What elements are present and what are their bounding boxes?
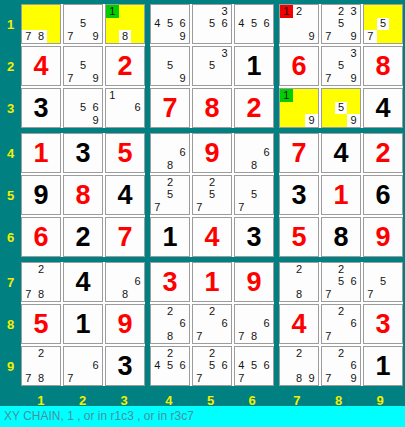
candidates: 2567	[193, 347, 231, 385]
cell-value: 2	[117, 53, 132, 80]
candidates: 23579	[322, 5, 360, 43]
cell-r8c3[interactable]: 9	[105, 304, 145, 344]
cell-value: 8	[375, 53, 390, 80]
candidates: 18	[106, 5, 144, 43]
candidate-9: 9	[89, 114, 102, 127]
cell-r2c7[interactable]: 6	[279, 46, 319, 86]
cell-value: 8	[75, 182, 90, 209]
candidate-6: 6	[260, 18, 273, 31]
cell-value: 7	[291, 140, 306, 167]
candidate-8: 8	[248, 159, 261, 172]
candidates: 579	[64, 47, 102, 85]
candidate-8: 8	[119, 288, 132, 301]
row-label-4: 4	[0, 133, 21, 173]
cell-r8c5[interactable]: 267	[192, 304, 232, 344]
candidates: 3579	[322, 47, 360, 85]
cell-value: 6	[291, 53, 306, 80]
candidate-8: 8	[164, 159, 177, 172]
cell-r3c5[interactable]: 8	[192, 88, 232, 128]
cell-r9c6[interactable]: 4567	[234, 346, 274, 386]
candidate-9: 9	[347, 114, 360, 127]
candidate-9: 9	[347, 72, 360, 85]
candidate-7: 7	[22, 372, 35, 385]
cell-r5c5[interactable]: 257	[192, 175, 232, 215]
row-label-7: 7	[0, 262, 21, 302]
row-label-6: 6	[0, 217, 21, 257]
cell-value: 9	[117, 311, 132, 338]
cell-r2c6[interactable]: 1	[234, 46, 274, 86]
cell-value: 4	[333, 140, 348, 167]
candidate-8: 8	[248, 330, 261, 343]
cell-value: 1	[33, 140, 48, 167]
candidate-8: 8	[119, 30, 132, 43]
cell-r2c9[interactable]: 8	[363, 46, 403, 86]
cell-value: 3	[246, 224, 261, 251]
box-6: 742316589	[279, 133, 403, 257]
cell-r9c3[interactable]: 3	[105, 346, 145, 386]
candidate-6: 6	[347, 276, 360, 289]
candidate-5: 5	[335, 276, 348, 289]
cell-r4c2[interactable]: 3	[63, 133, 103, 173]
candidate-6: 6	[89, 360, 102, 373]
cell-r2c4[interactable]: 59	[150, 46, 190, 86]
cell-r6c7[interactable]: 5	[279, 217, 319, 257]
cell-r8c2[interactable]: 1	[63, 304, 103, 344]
row-label-1: 1	[0, 4, 21, 44]
cell-value: 4	[291, 311, 306, 338]
candidate-5: 5	[206, 189, 219, 202]
candidates: 59	[151, 47, 189, 85]
box-9: 282567574267328926791	[279, 262, 403, 386]
cell-r6c3[interactable]: 7	[105, 217, 145, 257]
cell-value: 4	[204, 224, 219, 251]
candidates: 257	[151, 176, 189, 214]
candidate-7: 7	[193, 201, 206, 214]
cell-r1c6[interactable]: 456	[234, 4, 274, 44]
candidates: 68	[106, 263, 144, 301]
candidates: 278	[22, 263, 60, 301]
candidate-6: 6	[218, 18, 231, 31]
cell-r3c2[interactable]: 569	[63, 88, 103, 128]
candidate-2: 2	[293, 347, 306, 360]
candidate-9: 9	[176, 30, 189, 43]
cell-r6c5[interactable]: 4	[192, 217, 232, 257]
cell-r6c2[interactable]: 2	[63, 217, 103, 257]
candidate-1: 1	[106, 89, 119, 102]
candidates: 257	[193, 176, 231, 214]
candidate-7: 7	[22, 288, 35, 301]
candidate-8: 8	[35, 288, 48, 301]
row-label-9: 9	[0, 346, 21, 386]
cell-value: 8	[333, 224, 348, 251]
box-3: 129235795763579819594	[279, 4, 403, 128]
candidates: 278	[22, 347, 60, 385]
candidate-1: 1	[280, 5, 293, 18]
box-4: 135984627	[21, 133, 145, 257]
candidate-6: 6	[260, 360, 273, 373]
cell-r3c3[interactable]: 16	[105, 88, 145, 128]
cell-r9c2[interactable]: 67	[63, 346, 103, 386]
candidate-6: 6	[176, 360, 189, 373]
cell-r9c1[interactable]: 278	[21, 346, 61, 386]
candidate-6: 6	[176, 18, 189, 31]
cell-value: 1	[204, 269, 219, 296]
candidate-5: 5	[77, 60, 90, 73]
cell-r1c3[interactable]: 18	[105, 4, 145, 44]
candidate-2: 2	[164, 347, 177, 360]
candidate-2: 2	[164, 305, 177, 318]
cell-value: 6	[33, 224, 48, 251]
candidate-7: 7	[64, 30, 77, 43]
candidate-5: 5	[335, 60, 348, 73]
candidate-2: 2	[35, 263, 48, 276]
cell-r5c1[interactable]: 9	[21, 175, 61, 215]
candidates: 67	[64, 347, 102, 385]
candidate-7: 7	[322, 72, 335, 85]
cell-r2c3[interactable]: 2	[105, 46, 145, 86]
candidate-7: 7	[22, 30, 35, 43]
candidate-5: 5	[77, 18, 90, 31]
candidate-5: 5	[164, 360, 177, 373]
cell-r9c9[interactable]: 1	[363, 346, 403, 386]
candidate-2: 2	[293, 5, 306, 18]
candidates: 2679	[322, 347, 360, 385]
candidate-2: 2	[293, 263, 306, 276]
candidate-7: 7	[193, 330, 206, 343]
cell-r4c1[interactable]: 1	[21, 133, 61, 173]
cell-value: 3	[375, 311, 390, 338]
candidate-5: 5	[77, 102, 90, 115]
cell-r3c8[interactable]: 59	[321, 88, 361, 128]
box-8: 319268267678245625674567	[150, 262, 274, 386]
cell-r6c1[interactable]: 6	[21, 217, 61, 257]
candidate-7: 7	[322, 288, 335, 301]
row-label-3: 3	[0, 88, 21, 128]
candidate-7: 7	[322, 372, 335, 385]
candidate-2: 2	[164, 176, 177, 189]
cell-r4c8[interactable]: 4	[321, 133, 361, 173]
cell-value: 3	[117, 353, 132, 380]
cell-r7c5[interactable]: 1	[192, 262, 232, 302]
cell-value: 4	[33, 53, 48, 80]
cell-r5c2[interactable]: 8	[63, 175, 103, 215]
row-label-5: 5	[0, 175, 21, 215]
candidate-6: 6	[218, 360, 231, 373]
cell-value: 3	[75, 140, 90, 167]
cell-r1c5[interactable]: 356	[192, 4, 232, 44]
candidate-3: 3	[347, 47, 360, 60]
candidates: 16	[106, 89, 144, 127]
cell-r3c9[interactable]: 4	[363, 88, 403, 128]
cell-r8c4[interactable]: 268	[150, 304, 190, 344]
cell-value: 9	[246, 269, 261, 296]
candidate-5: 5	[335, 18, 348, 31]
candidate-8: 8	[293, 372, 306, 385]
cell-value: 8	[204, 95, 219, 122]
box-2: 456935645659351782	[150, 4, 274, 128]
candidates: 35	[193, 47, 231, 85]
candidate-8: 8	[293, 288, 306, 301]
candidate-7: 7	[322, 30, 335, 43]
candidate-8: 8	[164, 330, 177, 343]
cell-r8c7[interactable]: 4	[279, 304, 319, 344]
candidate-3: 3	[347, 5, 360, 18]
candidate-7: 7	[364, 288, 377, 301]
candidate-9: 9	[89, 72, 102, 85]
cell-r7c3[interactable]: 68	[105, 262, 145, 302]
candidates: 78	[22, 5, 60, 43]
cell-r7c1[interactable]: 278	[21, 262, 61, 302]
board-area: 123456789 785791845792356916456935645659…	[0, 0, 405, 391]
cell-value: 4	[75, 269, 90, 296]
candidate-7: 7	[235, 330, 248, 343]
cell-r4c3[interactable]: 5	[105, 133, 145, 173]
candidate-9: 9	[347, 372, 360, 385]
candidate-1: 1	[106, 5, 119, 18]
candidate-6: 6	[347, 360, 360, 373]
candidate-7: 7	[193, 372, 206, 385]
cell-r3c4[interactable]: 7	[150, 88, 190, 128]
cell-value: 3	[162, 269, 177, 296]
cell-r4c6[interactable]: 68	[234, 133, 274, 173]
candidate-7: 7	[64, 372, 77, 385]
row-label-2: 2	[0, 46, 21, 86]
row-label-8: 8	[0, 304, 21, 344]
candidates: 59	[322, 89, 360, 127]
cell-r7c6[interactable]: 9	[234, 262, 274, 302]
candidate-2: 2	[335, 5, 348, 18]
cell-value: 1	[333, 182, 348, 209]
cell-r9c8[interactable]: 2679	[321, 346, 361, 386]
cell-value: 3	[291, 182, 306, 209]
cell-r3c1[interactable]: 3	[21, 88, 61, 128]
candidates: 4567	[235, 347, 273, 385]
cell-r5c8[interactable]: 1	[321, 175, 361, 215]
candidate-9: 9	[347, 30, 360, 43]
cell-r2c1[interactable]: 4	[21, 46, 61, 86]
candidates: 19	[280, 89, 318, 127]
cell-r3c6[interactable]: 2	[234, 88, 274, 128]
candidate-3: 3	[218, 47, 231, 60]
status-message: XY CHAIN, 1 , or in r1c3 , or in r3c7	[0, 406, 405, 427]
cell-r5c4[interactable]: 257	[150, 175, 190, 215]
cell-r1c9[interactable]: 57	[363, 4, 403, 44]
candidate-9: 9	[305, 114, 318, 127]
candidates: 68	[235, 134, 273, 172]
candidate-5: 5	[206, 60, 219, 73]
candidates: 289	[280, 347, 318, 385]
cell-r8c8[interactable]: 267	[321, 304, 361, 344]
candidate-5: 5	[377, 276, 390, 289]
cell-r7c9[interactable]: 57	[363, 262, 403, 302]
cell-value: 5	[117, 140, 132, 167]
cell-r1c7[interactable]: 129	[279, 4, 319, 44]
cell-value: 9	[33, 182, 48, 209]
candidate-5: 5	[335, 102, 348, 115]
candidate-5: 5	[248, 189, 261, 202]
cell-value: 1	[75, 311, 90, 338]
cell-r6c6[interactable]: 3	[234, 217, 274, 257]
candidate-5: 5	[206, 360, 219, 373]
cell-r8c9[interactable]: 3	[363, 304, 403, 344]
candidates: 28	[280, 263, 318, 301]
candidate-4: 4	[235, 18, 248, 31]
cell-r1c2[interactable]: 579	[63, 4, 103, 44]
cell-r1c1[interactable]: 78	[21, 4, 61, 44]
cell-r1c8[interactable]: 23579	[321, 4, 361, 44]
cell-r9c5[interactable]: 2567	[192, 346, 232, 386]
candidate-2: 2	[35, 347, 48, 360]
candidates: 68	[151, 134, 189, 172]
cell-r1c4[interactable]: 4569	[150, 4, 190, 44]
cell-value: 9	[204, 140, 219, 167]
cell-r5c7[interactable]: 3	[279, 175, 319, 215]
candidates: 267	[193, 305, 231, 343]
candidate-2: 2	[206, 176, 219, 189]
candidate-7: 7	[64, 72, 77, 85]
candidate-9: 9	[89, 30, 102, 43]
cell-value: 4	[117, 182, 132, 209]
cell-r2c8[interactable]: 3579	[321, 46, 361, 86]
cell-value: 9	[375, 224, 390, 251]
cell-value: 2	[375, 140, 390, 167]
cell-r6c4[interactable]: 1	[150, 217, 190, 257]
candidate-7: 7	[364, 30, 377, 43]
candidate-5: 5	[206, 18, 219, 31]
candidate-7: 7	[151, 201, 164, 214]
candidate-2: 2	[335, 347, 348, 360]
candidate-9: 9	[305, 372, 318, 385]
cell-r6c9[interactable]: 9	[363, 217, 403, 257]
cell-value: 1	[246, 53, 261, 80]
cell-r7c4[interactable]: 3	[150, 262, 190, 302]
cell-r9c7[interactable]: 289	[279, 346, 319, 386]
candidates: 129	[280, 5, 318, 43]
cell-value: 2	[246, 95, 261, 122]
cell-r4c4[interactable]: 68	[150, 133, 190, 173]
box-5: 6896825725757143	[150, 133, 274, 257]
candidate-2: 2	[206, 305, 219, 318]
candidate-6: 6	[89, 102, 102, 115]
cell-r2c2[interactable]: 579	[63, 46, 103, 86]
candidates: 57	[235, 176, 273, 214]
cell-value: 3	[33, 95, 48, 122]
candidate-5: 5	[164, 60, 177, 73]
candidates: 268	[151, 305, 189, 343]
candidates: 2567	[322, 263, 360, 301]
candidate-5: 5	[164, 189, 177, 202]
cell-r7c7[interactable]: 28	[279, 262, 319, 302]
candidate-9: 9	[176, 72, 189, 85]
candidate-4: 4	[235, 360, 248, 373]
candidates: 267	[322, 305, 360, 343]
candidates: 678	[235, 305, 273, 343]
candidate-4: 4	[151, 18, 164, 31]
candidates: 57	[364, 5, 402, 43]
candidate-9: 9	[305, 30, 318, 43]
cell-r3c7[interactable]: 19	[279, 88, 319, 128]
cell-r4c5[interactable]: 9	[192, 133, 232, 173]
cell-r7c8[interactable]: 2567	[321, 262, 361, 302]
candidate-2: 2	[335, 305, 348, 318]
cell-r4c7[interactable]: 7	[279, 133, 319, 173]
cell-value: 6	[375, 182, 390, 209]
cell-r9c4[interactable]: 2456	[150, 346, 190, 386]
cell-value: 4	[375, 95, 390, 122]
candidates: 456	[235, 5, 273, 43]
cell-value: 1	[375, 353, 390, 380]
candidate-6: 6	[347, 318, 360, 331]
cell-value: 5	[291, 224, 306, 251]
candidate-6: 6	[131, 102, 144, 115]
candidates: 57	[364, 263, 402, 301]
cell-r5c9[interactable]: 6	[363, 175, 403, 215]
candidate-6: 6	[131, 276, 144, 289]
candidate-2: 2	[206, 347, 219, 360]
box-1: 785791845792356916	[21, 4, 145, 128]
cell-value: 1	[162, 224, 177, 251]
cell-value: 7	[117, 224, 132, 251]
cell-value: 7	[162, 95, 177, 122]
cell-value: 5	[33, 311, 48, 338]
candidate-6: 6	[260, 318, 273, 331]
cell-r2c5[interactable]: 35	[192, 46, 232, 86]
cell-r5c3[interactable]: 4	[105, 175, 145, 215]
candidate-8: 8	[35, 372, 48, 385]
cell-value: 2	[75, 224, 90, 251]
candidate-8: 8	[35, 30, 48, 43]
candidate-6: 6	[218, 318, 231, 331]
candidate-5: 5	[248, 18, 261, 31]
cell-r8c6[interactable]: 678	[234, 304, 274, 344]
candidate-5: 5	[248, 360, 261, 373]
candidate-4: 4	[151, 360, 164, 373]
candidates: 579	[64, 5, 102, 43]
row-labels: 123456789	[0, 4, 21, 391]
cell-r8c1[interactable]: 5	[21, 304, 61, 344]
candidate-7: 7	[322, 330, 335, 343]
box-7: 278468519278673	[21, 262, 145, 386]
candidate-6: 6	[176, 147, 189, 160]
candidates: 2456	[151, 347, 189, 385]
candidate-7: 7	[235, 372, 248, 385]
cell-r5c6[interactable]: 57	[234, 175, 274, 215]
cell-r6c8[interactable]: 8	[321, 217, 361, 257]
candidate-2: 2	[335, 263, 348, 276]
candidate-7: 7	[235, 201, 248, 214]
candidate-6: 6	[176, 318, 189, 331]
candidate-5: 5	[164, 18, 177, 31]
candidate-6: 6	[260, 147, 273, 160]
candidates: 569	[64, 89, 102, 127]
cell-r7c2[interactable]: 4	[63, 262, 103, 302]
cell-r4c9[interactable]: 2	[363, 133, 403, 173]
status-bar: XY CHAIN, 1 , or in r1c3 , or in r3c7	[0, 406, 405, 427]
candidate-1: 1	[280, 89, 293, 102]
candidates: 4569	[151, 5, 189, 43]
candidate-5: 5	[377, 18, 390, 31]
candidates: 356	[193, 5, 231, 43]
sudoku-board: 7857918457923569164569356456593517821292…	[21, 4, 403, 391]
candidate-3: 3	[218, 5, 231, 18]
